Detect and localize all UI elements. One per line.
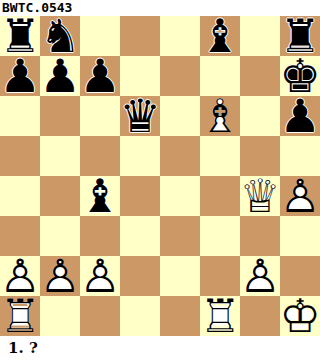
square-f8[interactable]: ♝ <box>200 16 240 56</box>
square-b7[interactable]: ♟ <box>40 56 80 96</box>
black-piece-glyph: ♟ <box>0 56 40 96</box>
square-g4[interactable]: ♛♕ <box>240 176 280 216</box>
square-e5[interactable] <box>160 136 200 176</box>
square-d1[interactable] <box>120 296 160 336</box>
piece-white-pawn-h4: ♟♙ <box>280 176 320 216</box>
piece-black-queen-d6: ♛ <box>120 96 160 136</box>
black-piece-glyph: ♛ <box>120 96 160 136</box>
white-piece-outline: ♔ <box>280 296 320 336</box>
piece-black-pawn-b7: ♟ <box>40 56 80 96</box>
black-piece-glyph: ♟ <box>80 56 120 96</box>
square-f4[interactable] <box>200 176 240 216</box>
square-g1[interactable] <box>240 296 280 336</box>
square-c4[interactable]: ♝ <box>80 176 120 216</box>
square-g7[interactable] <box>240 56 280 96</box>
square-b6[interactable] <box>40 96 80 136</box>
square-d8[interactable] <box>120 16 160 56</box>
square-e1[interactable] <box>160 296 200 336</box>
square-d4[interactable] <box>120 176 160 216</box>
piece-black-bishop-c4: ♝ <box>80 176 120 216</box>
square-c7[interactable]: ♟ <box>80 56 120 96</box>
white-piece-outline: ♙ <box>240 256 280 296</box>
square-f1[interactable]: ♜♖ <box>200 296 240 336</box>
black-piece-glyph: ♟ <box>280 96 320 136</box>
piece-white-pawn-g2: ♟♙ <box>240 256 280 296</box>
square-b1[interactable] <box>40 296 80 336</box>
piece-black-pawn-a7: ♟ <box>0 56 40 96</box>
square-e7[interactable] <box>160 56 200 96</box>
square-g2[interactable]: ♟♙ <box>240 256 280 296</box>
piece-black-pawn-h6: ♟ <box>280 96 320 136</box>
piece-white-pawn-c2: ♟♙ <box>80 256 120 296</box>
square-c2[interactable]: ♟♙ <box>80 256 120 296</box>
piece-white-queen-g4: ♛♕ <box>240 176 280 216</box>
square-a5[interactable] <box>0 136 40 176</box>
square-g8[interactable] <box>240 16 280 56</box>
white-piece-outline: ♗ <box>200 96 240 136</box>
move-prompt: 1. ? <box>0 336 320 360</box>
square-h1[interactable]: ♚♔ <box>280 296 320 336</box>
black-piece-glyph: ♟ <box>40 56 80 96</box>
chess-board: ♜♞♝♜♟♟♟♚♛♝♗♟♝♛♕♟♙♟♙♟♙♟♙♟♙♜♖♜♖♚♔ <box>0 16 320 336</box>
white-piece-outline: ♖ <box>200 296 240 336</box>
piece-white-pawn-b2: ♟♙ <box>40 256 80 296</box>
square-f6[interactable]: ♝♗ <box>200 96 240 136</box>
square-h3[interactable] <box>280 216 320 256</box>
square-d5[interactable] <box>120 136 160 176</box>
square-e3[interactable] <box>160 216 200 256</box>
square-c6[interactable] <box>80 96 120 136</box>
square-a6[interactable] <box>0 96 40 136</box>
white-piece-outline: ♖ <box>0 296 40 336</box>
square-a7[interactable]: ♟ <box>0 56 40 96</box>
square-d3[interactable] <box>120 216 160 256</box>
piece-white-rook-f1: ♜♖ <box>200 296 240 336</box>
piece-white-rook-a1: ♜♖ <box>0 296 40 336</box>
white-piece-outline: ♕ <box>240 176 280 216</box>
square-h6[interactable]: ♟ <box>280 96 320 136</box>
black-piece-glyph: ♝ <box>200 16 240 56</box>
square-e6[interactable] <box>160 96 200 136</box>
white-piece-outline: ♙ <box>80 256 120 296</box>
square-f5[interactable] <box>200 136 240 176</box>
square-g6[interactable] <box>240 96 280 136</box>
piece-black-bishop-f8: ♝ <box>200 16 240 56</box>
square-b4[interactable] <box>40 176 80 216</box>
square-a1[interactable]: ♜♖ <box>0 296 40 336</box>
square-a4[interactable] <box>0 176 40 216</box>
piece-white-bishop-f6: ♝♗ <box>200 96 240 136</box>
square-h4[interactable]: ♟♙ <box>280 176 320 216</box>
white-piece-outline: ♙ <box>40 256 80 296</box>
square-d2[interactable] <box>120 256 160 296</box>
piece-white-king-h1: ♚♔ <box>280 296 320 336</box>
square-b5[interactable] <box>40 136 80 176</box>
white-piece-outline: ♙ <box>280 176 320 216</box>
square-f3[interactable] <box>200 216 240 256</box>
piece-black-pawn-c7: ♟ <box>80 56 120 96</box>
square-e8[interactable] <box>160 16 200 56</box>
square-c1[interactable] <box>80 296 120 336</box>
square-e2[interactable] <box>160 256 200 296</box>
chess-diagram-window: BWTC.0543 ♜♞♝♜♟♟♟♚♛♝♗♟♝♛♕♟♙♟♙♟♙♟♙♟♙♜♖♜♖♚… <box>0 0 320 360</box>
square-e4[interactable] <box>160 176 200 216</box>
square-d6[interactable]: ♛ <box>120 96 160 136</box>
square-b2[interactable]: ♟♙ <box>40 256 80 296</box>
black-piece-glyph: ♝ <box>80 176 120 216</box>
